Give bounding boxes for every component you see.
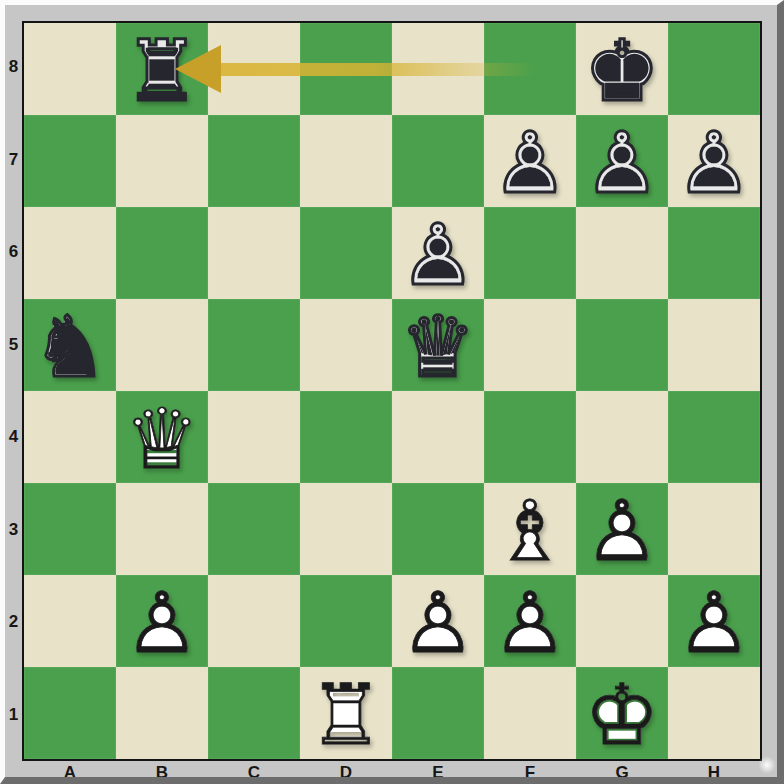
square-h4[interactable]: [668, 391, 760, 483]
square-f1[interactable]: [484, 667, 576, 759]
square-c3[interactable]: [208, 483, 300, 575]
square-a2[interactable]: [24, 575, 116, 667]
piece-white-pawn[interactable]: ♟♙: [668, 575, 760, 667]
piece-white-pawn[interactable]: ♟♙: [484, 575, 576, 667]
square-e5[interactable]: ♛♕♛: [392, 299, 484, 391]
piece-white-king[interactable]: ♚♔: [576, 667, 668, 759]
black-pawn-detail: ♙: [668, 117, 760, 209]
square-h6[interactable]: [668, 207, 760, 299]
white-pawn-glyph: ♟: [392, 577, 484, 669]
square-d7[interactable]: [300, 115, 392, 207]
square-d8[interactable]: [300, 23, 392, 115]
file-label-e: E: [392, 761, 484, 784]
black-pawn-rim: ♟: [668, 117, 760, 209]
file-label-f: F: [484, 761, 576, 784]
piece-white-pawn[interactable]: ♟♙: [392, 575, 484, 667]
black-pawn-glyph: ♟: [392, 209, 484, 301]
file-label-h: H: [668, 761, 760, 784]
black-king-detail: ♔: [576, 25, 668, 117]
black-knight-rim: ♞: [24, 301, 116, 393]
black-pawn-rim: ♟: [484, 117, 576, 209]
square-e4[interactable]: [392, 391, 484, 483]
square-g1[interactable]: ♚♔: [576, 667, 668, 759]
square-f3[interactable]: ♝♗: [484, 483, 576, 575]
piece-black-pawn[interactable]: ♟♙♟: [576, 115, 668, 207]
square-g7[interactable]: ♟♙♟: [576, 115, 668, 207]
square-c4[interactable]: [208, 391, 300, 483]
black-knight-glyph: ♞: [24, 301, 116, 393]
square-d6[interactable]: [300, 207, 392, 299]
square-g4[interactable]: [576, 391, 668, 483]
white-queen-detail: ♕: [116, 393, 208, 485]
piece-black-rook[interactable]: ♜♖♜: [116, 23, 208, 115]
square-h1[interactable]: [668, 667, 760, 759]
white-pawn-detail: ♙: [576, 485, 668, 577]
white-king-glyph: ♚: [576, 669, 668, 761]
black-knight-detail: ♘: [24, 301, 116, 393]
black-queen-detail: ♕: [392, 301, 484, 393]
black-pawn-detail: ♙: [392, 209, 484, 301]
square-e3[interactable]: [392, 483, 484, 575]
piece-black-knight[interactable]: ♞♘♞: [24, 299, 116, 391]
square-g3[interactable]: ♟♙: [576, 483, 668, 575]
square-d2[interactable]: [300, 575, 392, 667]
piece-white-pawn[interactable]: ♟♙: [576, 483, 668, 575]
square-f6[interactable]: [484, 207, 576, 299]
white-pawn-glyph: ♟: [116, 577, 208, 669]
piece-black-queen[interactable]: ♛♕♛: [392, 299, 484, 391]
square-d3[interactable]: [300, 483, 392, 575]
piece-black-pawn[interactable]: ♟♙♟: [392, 207, 484, 299]
square-g2[interactable]: [576, 575, 668, 667]
square-a8[interactable]: [24, 23, 116, 115]
square-b4[interactable]: ♛♕: [116, 391, 208, 483]
piece-black-pawn[interactable]: ♟♙♟: [668, 115, 760, 207]
square-h5[interactable]: [668, 299, 760, 391]
square-f8[interactable]: [484, 23, 576, 115]
white-pawn-detail: ♙: [668, 577, 760, 669]
square-c7[interactable]: [208, 115, 300, 207]
rank-labels: 87654321: [5, 21, 22, 761]
black-pawn-rim: ♟: [576, 117, 668, 209]
white-pawn-glyph: ♟: [576, 485, 668, 577]
square-a7[interactable]: [24, 115, 116, 207]
piece-white-queen[interactable]: ♛♕: [116, 391, 208, 483]
piece-black-pawn[interactable]: ♟♙♟: [484, 115, 576, 207]
square-b8[interactable]: ♜♖♜: [116, 23, 208, 115]
piece-black-king[interactable]: ♚♔♚: [576, 23, 668, 115]
piece-white-bishop[interactable]: ♝♗: [484, 483, 576, 575]
square-a1[interactable]: [24, 667, 116, 759]
rank-label-8: 8: [5, 21, 22, 114]
rank-label-3: 3: [5, 484, 22, 577]
square-g8[interactable]: ♚♔♚: [576, 23, 668, 115]
square-e6[interactable]: ♟♙♟: [392, 207, 484, 299]
file-label-a: A: [24, 761, 116, 784]
file-label-c: C: [208, 761, 300, 784]
black-pawn-detail: ♙: [576, 117, 668, 209]
file-label-g: G: [576, 761, 668, 784]
board: ♜♖♜♚♔♚♟♙♟♟♙♟♟♙♟♟♙♟♞♘♞♛♕♛♛♕♝♗♟♙♟♙♟♙♟♙♟♙♜♖…: [22, 21, 762, 761]
rank-label-4: 4: [5, 391, 22, 484]
square-c1[interactable]: [208, 667, 300, 759]
square-f5[interactable]: [484, 299, 576, 391]
square-e1[interactable]: [392, 667, 484, 759]
square-c8[interactable]: [208, 23, 300, 115]
square-c2[interactable]: [208, 575, 300, 667]
rank-label-1: 1: [5, 669, 22, 762]
square-g5[interactable]: [576, 299, 668, 391]
white-king-detail: ♔: [576, 669, 668, 761]
square-e8[interactable]: [392, 23, 484, 115]
file-label-b: B: [116, 761, 208, 784]
piece-white-rook[interactable]: ♜♖: [300, 667, 392, 759]
square-b7[interactable]: [116, 115, 208, 207]
white-bishop-glyph: ♝: [484, 485, 576, 577]
square-a4[interactable]: [24, 391, 116, 483]
square-b3[interactable]: [116, 483, 208, 575]
black-king-rim: ♚: [576, 25, 668, 117]
white-pawn-glyph: ♟: [484, 577, 576, 669]
white-pawn-detail: ♙: [116, 577, 208, 669]
square-c5[interactable]: [208, 299, 300, 391]
square-h2[interactable]: ♟♙: [668, 575, 760, 667]
black-rook-rim: ♜: [116, 25, 208, 117]
white-pawn-detail: ♙: [484, 577, 576, 669]
rank-label-7: 7: [5, 114, 22, 207]
black-pawn-glyph: ♟: [484, 117, 576, 209]
square-c6[interactable]: [208, 207, 300, 299]
file-labels: ABCDEFGH: [24, 761, 760, 784]
white-bishop-detail: ♗: [484, 485, 576, 577]
square-g6[interactable]: [576, 207, 668, 299]
square-f7[interactable]: ♟♙♟: [484, 115, 576, 207]
black-pawn-rim: ♟: [392, 209, 484, 301]
rank-label-6: 6: [5, 206, 22, 299]
square-e2[interactable]: ♟♙: [392, 575, 484, 667]
white-pawn-detail: ♙: [392, 577, 484, 669]
black-rook-glyph: ♜: [116, 25, 208, 117]
rank-label-2: 2: [5, 576, 22, 669]
piece-white-pawn[interactable]: ♟♙: [116, 575, 208, 667]
square-d1[interactable]: ♜♖: [300, 667, 392, 759]
square-a3[interactable]: [24, 483, 116, 575]
rank-label-5: 5: [5, 299, 22, 392]
black-queen-rim: ♛: [392, 301, 484, 393]
glow-dot: [758, 756, 776, 774]
board-grid: ♜♖♜♚♔♚♟♙♟♟♙♟♟♙♟♟♙♟♞♘♞♛♕♛♛♕♝♗♟♙♟♙♟♙♟♙♟♙♜♖…: [24, 23, 760, 759]
black-queen-glyph: ♛: [392, 301, 484, 393]
black-pawn-glyph: ♟: [576, 117, 668, 209]
square-h8[interactable]: [668, 23, 760, 115]
black-pawn-detail: ♙: [484, 117, 576, 209]
square-h7[interactable]: ♟♙♟: [668, 115, 760, 207]
file-label-d: D: [300, 761, 392, 784]
square-d4[interactable]: [300, 391, 392, 483]
square-h3[interactable]: [668, 483, 760, 575]
white-queen-glyph: ♛: [116, 393, 208, 485]
board-frame: 87654321 ♜♖♜♚♔♚♟♙♟♟♙♟♟♙♟♟♙♟♞♘♞♛♕♛♛♕♝♗♟♙♟…: [0, 0, 784, 784]
square-b5[interactable]: [116, 299, 208, 391]
black-rook-detail: ♖: [116, 25, 208, 117]
square-b1[interactable]: [116, 667, 208, 759]
square-e7[interactable]: [392, 115, 484, 207]
square-b2[interactable]: ♟♙: [116, 575, 208, 667]
black-pawn-glyph: ♟: [668, 117, 760, 209]
square-d5[interactable]: [300, 299, 392, 391]
white-rook-glyph: ♜: [300, 669, 392, 761]
square-f2[interactable]: ♟♙: [484, 575, 576, 667]
square-a5[interactable]: ♞♘♞: [24, 299, 116, 391]
white-rook-detail: ♖: [300, 669, 392, 761]
black-king-glyph: ♚: [576, 25, 668, 117]
square-a6[interactable]: [24, 207, 116, 299]
square-f4[interactable]: [484, 391, 576, 483]
square-b6[interactable]: [116, 207, 208, 299]
white-pawn-glyph: ♟: [668, 577, 760, 669]
